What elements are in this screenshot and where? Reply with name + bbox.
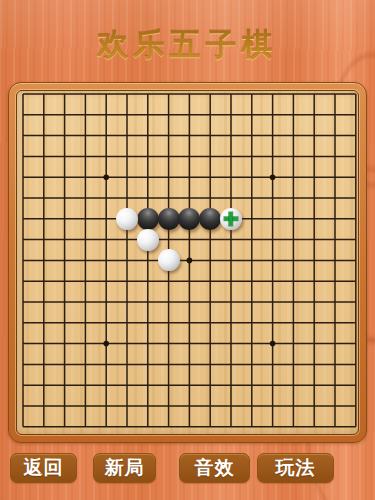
new-game-button[interactable]: 新局 — [93, 453, 156, 483]
sound-button[interactable]: 音效 — [179, 453, 250, 483]
page-title: 欢乐五子棋 — [0, 24, 375, 66]
toolbar: 返回 新局 音效 玩法 — [0, 453, 375, 483]
last-move-marker-icon — [229, 212, 233, 225]
stone-white — [116, 208, 138, 230]
stones-grid — [13, 84, 367, 438]
stone-black — [178, 208, 200, 230]
stone-white — [220, 208, 242, 230]
stone-black — [137, 208, 159, 230]
stone-white — [137, 229, 159, 251]
game-board-frame — [8, 82, 367, 443]
stone-black — [199, 208, 221, 230]
stone-black — [158, 208, 180, 230]
app-background: 欢乐五子棋 返回 新局 音效 玩法 — [0, 0, 375, 500]
stone-white — [158, 249, 180, 271]
game-board[interactable] — [16, 90, 359, 435]
rules-button[interactable]: 玩法 — [257, 453, 334, 483]
back-button[interactable]: 返回 — [10, 453, 77, 483]
